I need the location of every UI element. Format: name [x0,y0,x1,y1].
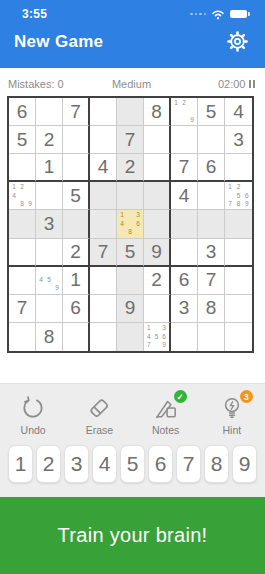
cell-r7c9[interactable] [225,267,252,295]
cell-r5c1[interactable] [9,210,36,238]
cell-r6c6[interactable]: 9 [144,239,171,267]
cell-r2c1[interactable]: 5 [9,126,36,154]
pencil-notes: 129 [172,99,196,124]
numpad-3[interactable]: 3 [64,445,89,483]
sudoku-grid: 6781295452731427612489541256789313468275… [7,96,254,353]
numpad-8[interactable]: 8 [204,445,229,483]
gear-icon[interactable] [226,30,249,53]
cell-r2c9[interactable]: 3 [225,126,252,154]
pencil-notes: 1345679 [145,324,168,350]
numpad-6[interactable]: 6 [148,445,173,483]
cell-r1c8[interactable]: 5 [198,98,225,126]
numpad-1[interactable]: 1 [8,445,33,483]
cell-r4c1[interactable]: 12489 [9,182,36,210]
cell-r9c1[interactable] [9,323,36,351]
cell-r3c5[interactable]: 2 [117,154,144,182]
cell-r8c9[interactable] [225,295,252,323]
undo-icon [18,394,48,422]
controls-panel: Undo Erase ✓ No [0,383,265,497]
pencil-notes: 12489 [10,183,34,208]
notes-pen-icon: ✓ [151,394,181,422]
cell-r6c8[interactable]: 3 [198,239,225,267]
cell-r2c7[interactable] [171,126,198,154]
cell-r6c2[interactable] [36,239,63,267]
cell-r8c6[interactable] [144,295,171,323]
cell-r6c1[interactable] [9,239,36,267]
cell-r1c1[interactable]: 6 [9,98,36,126]
cell-r5c4[interactable] [90,210,117,238]
difficulty-label: Medium [90,78,172,90]
cell-r4c4[interactable] [90,182,117,210]
cell-r1c6[interactable]: 8 [144,98,171,126]
cell-r5c6[interactable] [144,210,171,238]
cell-r6c7[interactable] [171,239,198,267]
erase-button[interactable]: Erase [66,394,132,436]
timer: 02:00 [218,78,246,90]
cell-r5c3[interactable] [63,210,90,238]
cell-r6c4[interactable]: 7 [90,239,117,267]
hint-button[interactable]: 3 Hint [199,394,265,436]
numpad-5[interactable]: 5 [120,445,145,483]
cell-r2c3[interactable] [63,126,90,154]
cell-r3c9[interactable] [225,154,252,182]
cell-r3c8[interactable]: 6 [198,154,225,182]
cell-r4c7[interactable]: 4 [171,182,198,210]
pencil-notes: 1256789 [226,183,251,208]
cell-r2c8[interactable] [198,126,225,154]
cell-r9c8[interactable] [198,323,225,351]
cell-r8c1[interactable]: 7 [9,295,36,323]
mistakes-counter: Mistakes: 0 [8,78,90,90]
cell-r8c2[interactable] [36,295,63,323]
pencil-notes: 13468 [118,211,142,236]
cell-r1c9[interactable]: 4 [225,98,252,126]
cell-r5c5[interactable]: 13468 [117,210,144,238]
cell-r9c9[interactable] [225,323,252,351]
erase-label: Erase [86,424,113,436]
cell-r4c3[interactable]: 5 [63,182,90,210]
page-title: New Game [14,32,103,52]
cell-r3c2[interactable]: 1 [36,154,63,182]
notes-on-badge: ✓ [174,390,187,403]
wifi-icon [211,9,225,20]
cell-r1c2[interactable] [36,98,63,126]
cell-r7c6[interactable]: 2 [144,267,171,295]
cell-r9c3[interactable] [63,323,90,351]
cell-r2c5[interactable]: 7 [117,126,144,154]
cell-r8c4[interactable] [90,295,117,323]
number-pad: 123456789 [0,445,265,483]
hint-label: Hint [223,424,242,436]
undo-button[interactable]: Undo [0,394,66,436]
cell-r8c5[interactable]: 9 [117,295,144,323]
cell-r7c2[interactable]: 459 [36,267,63,295]
undo-label: Undo [21,424,46,436]
cell-r4c6[interactable] [144,182,171,210]
battery-icon [230,10,247,18]
promo-banner-text: Train your brain! [58,524,208,547]
cell-r7c8[interactable]: 7 [198,267,225,295]
cell-r1c3[interactable]: 7 [63,98,90,126]
cell-r3c4[interactable]: 4 [90,154,117,182]
signal-dots-icon [190,13,206,16]
cell-r7c3[interactable]: 1 [63,267,90,295]
cell-r9c6[interactable]: 1345679 [144,323,171,351]
cell-r4c2[interactable] [36,182,63,210]
cell-r2c6[interactable] [144,126,171,154]
cell-r6c9[interactable] [225,239,252,267]
numpad-4[interactable]: 4 [92,445,117,483]
cell-r8c7[interactable]: 3 [171,295,198,323]
cell-r1c7[interactable]: 129 [171,98,198,126]
cell-r3c6[interactable] [144,154,171,182]
cell-r9c2[interactable]: 8 [36,323,63,351]
clock-time: 3:55 [22,7,47,21]
cell-r7c4[interactable] [90,267,117,295]
cell-r4c5[interactable] [117,182,144,210]
cell-r6c3[interactable]: 2 [63,239,90,267]
cell-r5c7[interactable] [171,210,198,238]
cell-r9c5[interactable] [117,323,144,351]
cell-r7c5[interactable] [117,267,144,295]
cell-r9c4[interactable] [90,323,117,351]
cell-r4c9[interactable]: 1256789 [225,182,252,210]
cell-r1c5[interactable] [117,98,144,126]
cell-r4c8[interactable] [198,182,225,210]
cell-r2c2[interactable]: 2 [36,126,63,154]
promo-banner[interactable]: Train your brain! [0,497,265,574]
pencil-notes: 459 [37,268,61,293]
eraser-icon [84,394,114,422]
numpad-2[interactable]: 2 [36,445,61,483]
cell-r6c5[interactable]: 5 [117,239,144,267]
cell-r8c3[interactable]: 6 [63,295,90,323]
app-header: 3:55 New Game [0,0,265,68]
cell-r3c3[interactable] [63,154,90,182]
numpad-9[interactable]: 9 [232,445,257,483]
cell-r2c4[interactable] [90,126,117,154]
cell-r1c4[interactable] [90,98,117,126]
cell-r3c1[interactable] [9,154,36,182]
notes-button[interactable]: ✓ Notes [133,394,199,436]
cell-r5c9[interactable] [225,210,252,238]
hint-count-badge: 3 [240,390,253,403]
cell-r7c7[interactable]: 6 [171,267,198,295]
numpad-7[interactable]: 7 [176,445,201,483]
cell-r9c7[interactable] [171,323,198,351]
cell-r3c7[interactable]: 7 [171,154,198,182]
notes-label: Notes [152,424,179,436]
cell-r5c8[interactable] [198,210,225,238]
pause-icon[interactable] [249,80,255,88]
cell-r5c2[interactable]: 3 [36,210,63,238]
cell-r7c1[interactable] [9,267,36,295]
device-status-bar: 3:55 [0,0,265,21]
lightbulb-icon: 3 [217,394,247,422]
cell-r8c8[interactable]: 8 [198,295,225,323]
